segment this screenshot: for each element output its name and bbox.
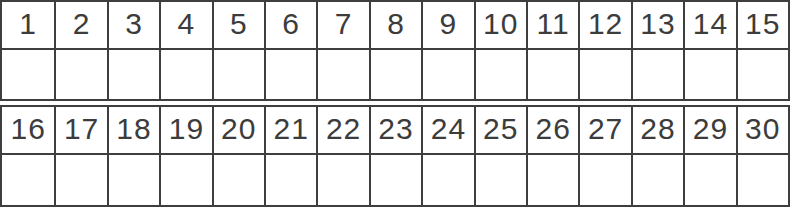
number-cell: 18 — [107, 107, 159, 155]
blank-cell — [54, 50, 106, 99]
number-cell: 3 — [107, 2, 159, 50]
number-cell: 5 — [212, 2, 264, 50]
number-cell: 25 — [474, 107, 526, 155]
number-cell: 11 — [526, 2, 578, 50]
counting-chart-worksheet: 123456789101112131415 161718192021222324… — [0, 0, 790, 207]
number-table-16-30: 161718192021222324252627282930 — [0, 105, 790, 207]
number-cell: 21 — [264, 107, 316, 155]
number-table-1-15: 123456789101112131415 — [0, 0, 790, 101]
blank-cell — [316, 50, 368, 99]
number-cell: 1 — [2, 2, 54, 50]
number-cell: 2 — [54, 2, 106, 50]
number-cell: 19 — [159, 107, 211, 155]
blank-cell — [107, 50, 159, 99]
blank-cell — [736, 50, 788, 99]
number-cell: 20 — [212, 107, 264, 155]
number-cell: 26 — [526, 107, 578, 155]
number-cell: 28 — [631, 107, 683, 155]
blank-cell — [316, 155, 368, 205]
number-cell: 10 — [474, 2, 526, 50]
number-cell: 17 — [54, 107, 106, 155]
number-cell: 15 — [736, 2, 788, 50]
number-cell: 7 — [316, 2, 368, 50]
blank-cell — [369, 155, 421, 205]
blank-cell — [2, 50, 54, 99]
blank-cell — [212, 155, 264, 205]
number-cell: 16 — [2, 107, 54, 155]
number-cell: 24 — [421, 107, 473, 155]
blank-cell — [578, 155, 630, 205]
number-cell: 22 — [316, 107, 368, 155]
blank-cell — [264, 155, 316, 205]
number-cell: 29 — [683, 107, 735, 155]
blank-cell — [474, 50, 526, 99]
blank-cell — [526, 50, 578, 99]
number-cell: 8 — [369, 2, 421, 50]
blank-cell — [2, 155, 54, 205]
number-cell: 4 — [159, 2, 211, 50]
blank-cell — [631, 50, 683, 99]
blank-cell — [212, 50, 264, 99]
number-cell: 6 — [264, 2, 316, 50]
blank-cell — [578, 50, 630, 99]
number-cell: 13 — [631, 2, 683, 50]
blank-cell — [736, 155, 788, 205]
blank-cell — [683, 155, 735, 205]
blank-cell — [631, 155, 683, 205]
blank-cell — [421, 50, 473, 99]
blank-cell — [683, 50, 735, 99]
number-cell: 14 — [683, 2, 735, 50]
blank-cell — [159, 50, 211, 99]
blank-cell — [159, 155, 211, 205]
number-cell: 27 — [578, 107, 630, 155]
blank-cell — [421, 155, 473, 205]
number-cell: 30 — [736, 107, 788, 155]
number-cell: 9 — [421, 2, 473, 50]
number-cell: 23 — [369, 107, 421, 155]
blank-cell — [369, 50, 421, 99]
blank-cell — [107, 155, 159, 205]
blank-cell — [264, 50, 316, 99]
number-cell: 12 — [578, 2, 630, 50]
blank-cell — [526, 155, 578, 205]
blank-cell — [54, 155, 106, 205]
blank-cell — [474, 155, 526, 205]
